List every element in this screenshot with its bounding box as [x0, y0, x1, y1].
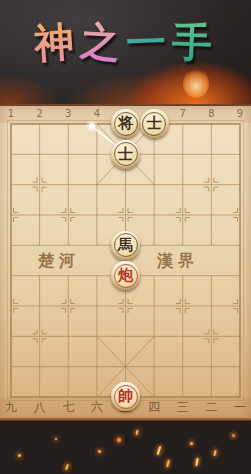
piece-black-general[interactable]: 将: [111, 109, 140, 138]
ember-particle: [195, 458, 198, 466]
piece-character: 炮: [118, 268, 133, 283]
ember-particle: [18, 454, 21, 457]
ember-particle: [190, 442, 193, 445]
ember-particle: [136, 430, 139, 435]
xiangqi-board: 123456789 九八七六五四三二一 楚河 漢界 将士士馬炮帥: [0, 104, 251, 420]
puzzle-title: 神之一手: [0, 16, 251, 68]
pieces-grid[interactable]: 将士士馬炮帥: [0, 109, 251, 412]
piece-character: 帥: [118, 389, 133, 404]
piece-black-advisor[interactable]: 士: [111, 140, 140, 169]
ember-particle: [65, 464, 69, 470]
ember-particle: [166, 460, 170, 467]
piece-red-cannon[interactable]: 炮: [111, 261, 140, 290]
ember-particle: [232, 434, 235, 437]
header: 神之一手: [0, 0, 251, 104]
title-char: 一: [125, 15, 173, 69]
piece-character: 士: [147, 116, 162, 131]
piece-black-horse[interactable]: 馬: [111, 231, 140, 260]
ember-particle: [157, 446, 162, 455]
ember-particle: [55, 438, 57, 440]
game-screen: 神之一手 123456789 九八七六五四三二一 楚河 漢界 将士士馬炮帥: [0, 0, 251, 474]
title-char: 之: [78, 15, 127, 69]
footer-background: [0, 420, 251, 474]
piece-black-advisor[interactable]: 士: [140, 109, 169, 138]
piece-red-general[interactable]: 帥: [111, 382, 140, 411]
title-char: 手: [171, 15, 219, 69]
fire-glow: [183, 68, 209, 98]
ember-particle: [117, 438, 121, 442]
piece-character: 士: [118, 147, 133, 162]
piece-character: 馬: [118, 238, 133, 253]
piece-character: 将: [118, 116, 133, 131]
ember-particle: [98, 450, 101, 453]
ember-particle: [213, 450, 216, 456]
title-char: 神: [32, 14, 82, 69]
